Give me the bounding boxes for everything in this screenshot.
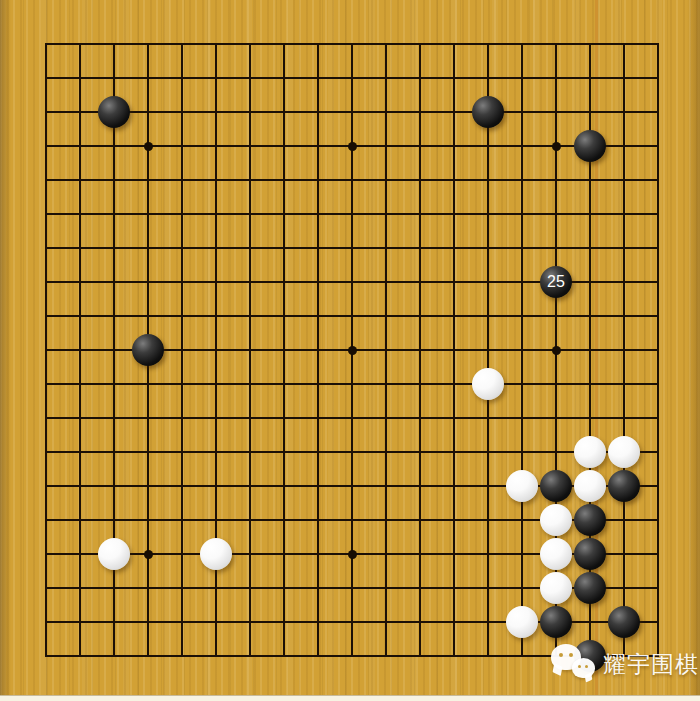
white-stone: [608, 436, 640, 468]
black-stone: [540, 470, 572, 502]
star-point: [348, 142, 357, 151]
star-point: [348, 346, 357, 355]
white-stone: [506, 470, 538, 502]
black-stone: [98, 96, 130, 128]
black-stone: [574, 504, 606, 536]
star-point: [552, 346, 561, 355]
wechat-small-bubble: [572, 658, 595, 678]
black-stone: 25: [540, 266, 572, 298]
black-stone: [608, 606, 640, 638]
white-stone: [506, 606, 538, 638]
star-point: [552, 142, 561, 151]
star-point: [348, 550, 357, 559]
black-stone: [472, 96, 504, 128]
black-stone: [132, 334, 164, 366]
black-stone: [608, 470, 640, 502]
black-stone: [574, 130, 606, 162]
go-board[interactable]: 25: [29, 27, 675, 673]
black-stone: [540, 606, 572, 638]
white-stone: [574, 436, 606, 468]
bottom-strip: [0, 695, 700, 701]
white-stone: [200, 538, 232, 570]
watermark-text: 耀宇围棋: [603, 649, 699, 680]
watermark: 耀宇围棋: [550, 640, 699, 688]
star-point: [144, 550, 153, 559]
go-diagram-screenshot: 25 耀宇围棋: [0, 0, 700, 701]
white-stone: [472, 368, 504, 400]
white-stone: [574, 470, 606, 502]
white-stone: [540, 572, 572, 604]
black-stone: [574, 572, 606, 604]
move-number-label: 25: [540, 266, 572, 298]
black-stone: [574, 538, 606, 570]
white-stone: [540, 538, 572, 570]
white-stone: [540, 504, 572, 536]
white-stone: [98, 538, 130, 570]
star-point: [144, 142, 153, 151]
wechat-icon: [550, 641, 600, 687]
